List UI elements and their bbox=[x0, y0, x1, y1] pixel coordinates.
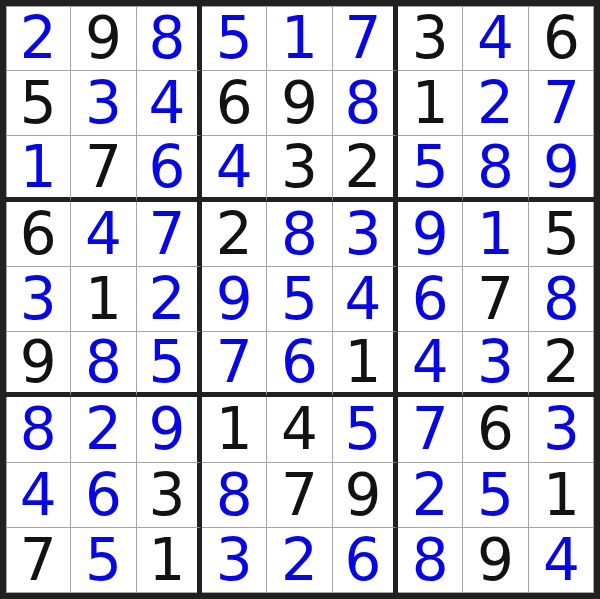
cell-r1c6[interactable]: 7 bbox=[333, 6, 398, 71]
cell-r2c9[interactable]: 7 bbox=[529, 71, 594, 136]
cell-r9c8[interactable]: 9 bbox=[463, 528, 528, 593]
cell-r7c5[interactable]: 4 bbox=[267, 397, 332, 462]
cell-r6c3[interactable]: 5 bbox=[137, 332, 202, 397]
cell-r3c4[interactable]: 4 bbox=[202, 136, 267, 201]
cell-r1c8[interactable]: 4 bbox=[463, 6, 528, 71]
cell-r4c6[interactable]: 3 bbox=[333, 202, 398, 267]
cell-r8c6[interactable]: 9 bbox=[333, 463, 398, 528]
cell-r1c5[interactable]: 1 bbox=[267, 6, 332, 71]
cell-r7c7[interactable]: 7 bbox=[398, 397, 463, 462]
cell-r3c9[interactable]: 9 bbox=[529, 136, 594, 201]
cell-r3c3[interactable]: 6 bbox=[137, 136, 202, 201]
cell-r6c6[interactable]: 1 bbox=[333, 332, 398, 397]
sudoku-board: 2985173465346981271764325896472839153129… bbox=[0, 0, 600, 599]
cell-r8c7[interactable]: 2 bbox=[398, 463, 463, 528]
cell-r4c3[interactable]: 7 bbox=[137, 202, 202, 267]
cell-r3c5[interactable]: 3 bbox=[267, 136, 332, 201]
cell-r6c5[interactable]: 6 bbox=[267, 332, 332, 397]
cell-r2c3[interactable]: 4 bbox=[137, 71, 202, 136]
cell-r2c1[interactable]: 5 bbox=[6, 71, 71, 136]
cell-r5c2[interactable]: 1 bbox=[71, 267, 136, 332]
cell-r7c9[interactable]: 3 bbox=[529, 397, 594, 462]
cell-r5c3[interactable]: 2 bbox=[137, 267, 202, 332]
cell-r7c4[interactable]: 1 bbox=[202, 397, 267, 462]
cell-r9c2[interactable]: 5 bbox=[71, 528, 136, 593]
cell-r7c8[interactable]: 6 bbox=[463, 397, 528, 462]
cell-r9c3[interactable]: 1 bbox=[137, 528, 202, 593]
cell-r2c7[interactable]: 1 bbox=[398, 71, 463, 136]
cell-r8c1[interactable]: 4 bbox=[6, 463, 71, 528]
cell-r1c2[interactable]: 9 bbox=[71, 6, 136, 71]
cell-r6c8[interactable]: 3 bbox=[463, 332, 528, 397]
cell-r6c2[interactable]: 8 bbox=[71, 332, 136, 397]
cell-r5c6[interactable]: 4 bbox=[333, 267, 398, 332]
cell-r4c1[interactable]: 6 bbox=[6, 202, 71, 267]
cell-r3c2[interactable]: 7 bbox=[71, 136, 136, 201]
cell-r5c4[interactable]: 9 bbox=[202, 267, 267, 332]
cell-r8c3[interactable]: 3 bbox=[137, 463, 202, 528]
cell-r9c7[interactable]: 8 bbox=[398, 528, 463, 593]
cell-r9c4[interactable]: 3 bbox=[202, 528, 267, 593]
cell-r4c9[interactable]: 5 bbox=[529, 202, 594, 267]
cell-r3c7[interactable]: 5 bbox=[398, 136, 463, 201]
cell-r9c9[interactable]: 4 bbox=[529, 528, 594, 593]
cell-r8c5[interactable]: 7 bbox=[267, 463, 332, 528]
cell-r4c7[interactable]: 9 bbox=[398, 202, 463, 267]
cell-r3c8[interactable]: 8 bbox=[463, 136, 528, 201]
cell-r4c4[interactable]: 2 bbox=[202, 202, 267, 267]
cell-r1c1[interactable]: 2 bbox=[6, 6, 71, 71]
cell-r6c1[interactable]: 9 bbox=[6, 332, 71, 397]
cell-r6c9[interactable]: 2 bbox=[529, 332, 594, 397]
cell-r5c1[interactable]: 3 bbox=[6, 267, 71, 332]
cell-r8c9[interactable]: 1 bbox=[529, 463, 594, 528]
cell-r3c1[interactable]: 1 bbox=[6, 136, 71, 201]
cell-r8c4[interactable]: 8 bbox=[202, 463, 267, 528]
cell-r9c1[interactable]: 7 bbox=[6, 528, 71, 593]
cell-r2c4[interactable]: 6 bbox=[202, 71, 267, 136]
cell-r6c7[interactable]: 4 bbox=[398, 332, 463, 397]
cell-r4c2[interactable]: 4 bbox=[71, 202, 136, 267]
cell-r5c7[interactable]: 6 bbox=[398, 267, 463, 332]
cell-r7c6[interactable]: 5 bbox=[333, 397, 398, 462]
cell-r6c4[interactable]: 7 bbox=[202, 332, 267, 397]
cell-r2c6[interactable]: 8 bbox=[333, 71, 398, 136]
cell-r5c5[interactable]: 5 bbox=[267, 267, 332, 332]
cell-r3c6[interactable]: 2 bbox=[333, 136, 398, 201]
cell-r5c9[interactable]: 8 bbox=[529, 267, 594, 332]
cell-r1c4[interactable]: 5 bbox=[202, 6, 267, 71]
cell-r7c2[interactable]: 2 bbox=[71, 397, 136, 462]
cell-r4c5[interactable]: 8 bbox=[267, 202, 332, 267]
cell-r2c8[interactable]: 2 bbox=[463, 71, 528, 136]
cell-r9c6[interactable]: 6 bbox=[333, 528, 398, 593]
cell-r8c2[interactable]: 6 bbox=[71, 463, 136, 528]
cell-r2c5[interactable]: 9 bbox=[267, 71, 332, 136]
cell-r4c8[interactable]: 1 bbox=[463, 202, 528, 267]
cell-r5c8[interactable]: 7 bbox=[463, 267, 528, 332]
cell-r7c3[interactable]: 9 bbox=[137, 397, 202, 462]
cell-r9c5[interactable]: 2 bbox=[267, 528, 332, 593]
cell-r1c9[interactable]: 6 bbox=[529, 6, 594, 71]
cell-r7c1[interactable]: 8 bbox=[6, 397, 71, 462]
cell-r1c3[interactable]: 8 bbox=[137, 6, 202, 71]
cell-r8c8[interactable]: 5 bbox=[463, 463, 528, 528]
cell-r2c2[interactable]: 3 bbox=[71, 71, 136, 136]
cell-r1c7[interactable]: 3 bbox=[398, 6, 463, 71]
